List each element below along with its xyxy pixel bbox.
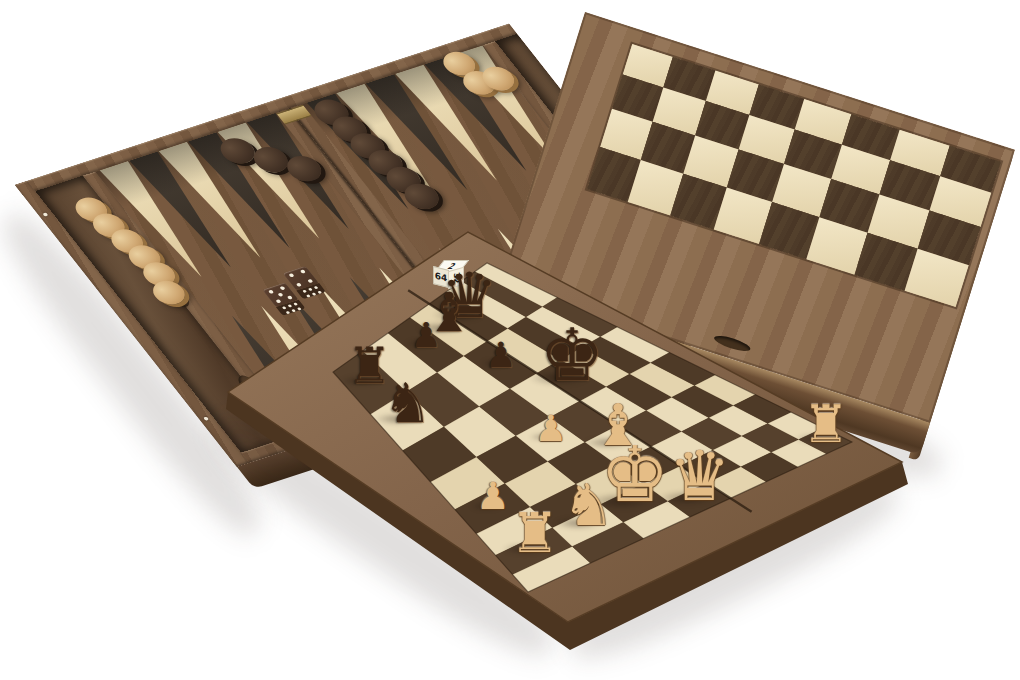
product-photo-scene: ♜♞♟♝♛♟♚♟♜♞♚♛♝♟♜26432 xyxy=(0,0,1020,680)
open-chess-board xyxy=(0,0,1020,680)
